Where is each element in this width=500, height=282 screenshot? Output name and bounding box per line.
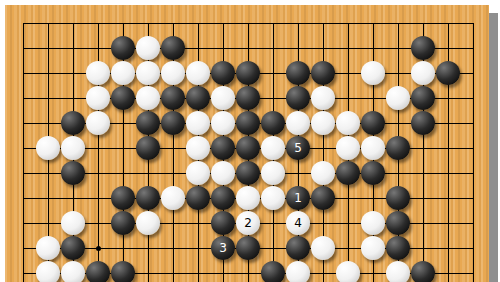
black-stone[interactable] [161,86,185,110]
white-stone[interactable] [286,261,310,282]
white-stone[interactable] [61,211,85,235]
black-stone[interactable] [186,86,210,110]
white-stone[interactable] [411,61,435,85]
black-stone[interactable] [311,61,335,85]
black-stone[interactable] [211,136,235,160]
black-stone[interactable] [186,186,210,210]
white-stone[interactable] [311,161,335,185]
black-stone[interactable] [61,236,85,260]
move-number-label: 1 [286,186,310,210]
board-shadow [489,13,498,282]
white-stone[interactable] [36,136,60,160]
white-stone[interactable] [361,211,385,235]
black-stone[interactable] [411,86,435,110]
black-stone[interactable] [236,236,260,260]
white-stone[interactable] [36,261,60,282]
white-stone[interactable] [61,136,85,160]
black-stone[interactable] [111,36,135,60]
black-stone[interactable] [436,61,460,85]
white-stone[interactable] [136,211,160,235]
black-stone[interactable] [236,161,260,185]
white-stone[interactable] [386,261,410,282]
black-stone[interactable] [136,136,160,160]
white-stone[interactable]: 2 [236,211,260,235]
white-stone[interactable] [311,111,335,135]
white-stone[interactable] [161,61,185,85]
white-stone[interactable] [261,161,285,185]
grid-line-horizontal [23,48,474,49]
black-stone[interactable]: 1 [286,186,310,210]
white-stone[interactable] [186,161,210,185]
white-stone[interactable] [136,61,160,85]
black-stone[interactable]: 5 [286,136,310,160]
grid-line-vertical [473,23,474,282]
white-stone[interactable] [211,161,235,185]
white-stone[interactable] [136,36,160,60]
white-stone[interactable] [111,61,135,85]
grid-line-horizontal [23,23,474,24]
white-stone[interactable] [386,86,410,110]
white-stone[interactable] [361,236,385,260]
white-stone[interactable] [261,136,285,160]
black-stone[interactable] [236,136,260,160]
black-stone[interactable] [386,186,410,210]
white-stone[interactable] [361,61,385,85]
black-stone[interactable] [236,61,260,85]
white-stone[interactable] [286,111,310,135]
black-stone[interactable] [411,36,435,60]
move-number-label: 3 [211,236,235,260]
move-number-label: 2 [236,211,260,235]
white-stone[interactable] [136,86,160,110]
black-stone[interactable] [236,111,260,135]
white-stone[interactable] [86,111,110,135]
white-stone[interactable] [311,236,335,260]
move-number-label: 5 [286,136,310,160]
black-stone[interactable] [286,236,310,260]
black-stone[interactable] [411,111,435,135]
black-stone[interactable] [86,261,110,282]
black-stone[interactable] [361,161,385,185]
white-stone[interactable] [161,186,185,210]
black-stone[interactable] [136,111,160,135]
white-stone[interactable] [186,136,210,160]
black-stone[interactable] [261,261,285,282]
black-stone[interactable] [111,86,135,110]
black-stone[interactable] [236,86,260,110]
white-stone[interactable] [336,111,360,135]
black-stone[interactable] [61,111,85,135]
black-stone[interactable] [386,136,410,160]
black-stone[interactable] [211,61,235,85]
white-stone[interactable] [236,186,260,210]
black-stone[interactable] [286,86,310,110]
black-stone[interactable] [361,111,385,135]
black-stone[interactable] [261,111,285,135]
white-stone[interactable] [61,261,85,282]
white-stone[interactable] [186,111,210,135]
white-stone[interactable] [86,61,110,85]
grid-line-vertical [23,23,24,282]
white-stone[interactable] [186,61,210,85]
white-stone[interactable] [261,186,285,210]
black-stone[interactable] [386,236,410,260]
black-stone[interactable] [111,261,135,282]
black-stone[interactable] [111,186,135,210]
white-stone[interactable] [361,136,385,160]
black-stone[interactable]: 3 [211,236,235,260]
white-stone[interactable] [36,236,60,260]
black-stone[interactable] [411,261,435,282]
white-stone[interactable] [311,86,335,110]
black-stone[interactable] [136,186,160,210]
white-stone[interactable]: 4 [286,211,310,235]
black-stone[interactable] [111,211,135,235]
black-stone[interactable] [386,211,410,235]
black-stone[interactable] [336,161,360,185]
white-stone[interactable] [336,136,360,160]
black-stone[interactable] [211,186,235,210]
white-stone[interactable] [211,86,235,110]
star-point [96,246,101,251]
white-stone[interactable] [336,261,360,282]
go-diagram-screenshot: 51243 [0,0,500,282]
move-number-label: 4 [286,211,310,235]
black-stone[interactable] [61,161,85,185]
black-stone[interactable] [161,111,185,135]
white-stone[interactable] [86,86,110,110]
white-stone[interactable] [211,111,235,135]
black-stone[interactable] [286,61,310,85]
black-stone[interactable] [211,211,235,235]
black-stone[interactable] [161,36,185,60]
black-stone[interactable] [311,186,335,210]
